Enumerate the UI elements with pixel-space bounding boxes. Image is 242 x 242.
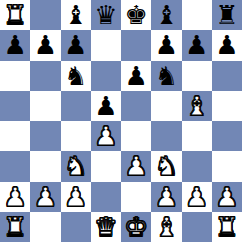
square-a5[interactable] — [0, 91, 30, 121]
piece-white-rook[interactable]: ♜ — [215, 214, 238, 240]
piece-white-pawn[interactable]: ♟ — [155, 184, 178, 210]
square-h4[interactable] — [212, 121, 242, 151]
square-h2[interactable]: ♟ — [212, 182, 242, 212]
square-a2[interactable]: ♟ — [0, 182, 30, 212]
piece-black-pawn[interactable]: ♟ — [64, 32, 87, 58]
square-e1[interactable]: ♚ — [121, 212, 151, 242]
piece-black-rook[interactable]: ♜ — [215, 2, 238, 28]
square-a7[interactable]: ♟ — [0, 30, 30, 60]
piece-white-pawn[interactable]: ♟ — [64, 184, 87, 210]
square-h8[interactable]: ♜ — [212, 0, 242, 30]
piece-white-knight[interactable]: ♞ — [64, 153, 87, 179]
square-g7[interactable]: ♟ — [182, 30, 212, 60]
piece-black-bishop[interactable]: ♝ — [64, 2, 87, 28]
piece-white-pawn[interactable]: ♟ — [94, 123, 117, 149]
piece-black-bishop[interactable]: ♝ — [155, 2, 178, 28]
piece-black-queen[interactable]: ♛ — [94, 2, 117, 28]
piece-black-pawn[interactable]: ♟ — [215, 32, 238, 58]
square-e6[interactable]: ♟ — [121, 61, 151, 91]
square-g1[interactable] — [182, 212, 212, 242]
piece-white-knight[interactable]: ♞ — [155, 153, 178, 179]
square-b7[interactable]: ♟ — [30, 30, 60, 60]
square-g5[interactable]: ♝ — [182, 91, 212, 121]
square-f3[interactable]: ♞ — [151, 151, 181, 181]
square-d1[interactable]: ♛ — [91, 212, 121, 242]
square-d6[interactable] — [91, 61, 121, 91]
square-a1[interactable]: ♜ — [0, 212, 30, 242]
square-f7[interactable]: ♟ — [151, 30, 181, 60]
piece-black-knight[interactable]: ♞ — [155, 63, 178, 89]
chess-board: ♜♝♛♚♝♜♟♟♟♟♟♟♞♟♞♟♝♟♞♟♞♟♟♟♟♟♟♜♛♚♝♜ — [0, 0, 242, 242]
piece-black-pawn[interactable]: ♟ — [185, 32, 208, 58]
square-c5[interactable] — [61, 91, 91, 121]
square-f6[interactable]: ♞ — [151, 61, 181, 91]
square-a8[interactable]: ♜ — [0, 0, 30, 30]
piece-black-pawn[interactable]: ♟ — [124, 63, 147, 89]
square-e3[interactable]: ♟ — [121, 151, 151, 181]
square-a4[interactable] — [0, 121, 30, 151]
square-h1[interactable]: ♜ — [212, 212, 242, 242]
square-h7[interactable]: ♟ — [212, 30, 242, 60]
square-c4[interactable] — [61, 121, 91, 151]
square-b5[interactable] — [30, 91, 60, 121]
square-f2[interactable]: ♟ — [151, 182, 181, 212]
square-d2[interactable] — [91, 182, 121, 212]
piece-black-pawn[interactable]: ♟ — [155, 32, 178, 58]
piece-black-pawn[interactable]: ♟ — [3, 32, 26, 58]
square-g3[interactable] — [182, 151, 212, 181]
square-a6[interactable] — [0, 61, 30, 91]
square-h6[interactable] — [212, 61, 242, 91]
square-e5[interactable] — [121, 91, 151, 121]
square-f5[interactable] — [151, 91, 181, 121]
square-g6[interactable] — [182, 61, 212, 91]
square-d3[interactable] — [91, 151, 121, 181]
square-c7[interactable]: ♟ — [61, 30, 91, 60]
square-f4[interactable] — [151, 121, 181, 151]
square-b2[interactable]: ♟ — [30, 182, 60, 212]
piece-white-bishop[interactable]: ♝ — [155, 214, 178, 240]
piece-white-rook[interactable]: ♜ — [3, 2, 26, 28]
square-b3[interactable] — [30, 151, 60, 181]
square-c8[interactable]: ♝ — [61, 0, 91, 30]
piece-white-king[interactable]: ♚ — [124, 214, 147, 240]
piece-white-pawn[interactable]: ♟ — [215, 184, 238, 210]
square-b8[interactable] — [30, 0, 60, 30]
square-d7[interactable] — [91, 30, 121, 60]
piece-black-king[interactable]: ♚ — [124, 2, 147, 28]
piece-white-pawn[interactable]: ♟ — [185, 184, 208, 210]
piece-white-pawn[interactable]: ♟ — [3, 184, 26, 210]
square-h5[interactable] — [212, 91, 242, 121]
square-c3[interactable]: ♞ — [61, 151, 91, 181]
square-c1[interactable] — [61, 212, 91, 242]
piece-white-pawn[interactable]: ♟ — [124, 153, 147, 179]
square-d8[interactable]: ♛ — [91, 0, 121, 30]
piece-white-queen[interactable]: ♛ — [94, 214, 117, 240]
square-f1[interactable]: ♝ — [151, 212, 181, 242]
square-b4[interactable] — [30, 121, 60, 151]
piece-black-knight[interactable]: ♞ — [64, 63, 87, 89]
square-e2[interactable] — [121, 182, 151, 212]
square-b1[interactable] — [30, 212, 60, 242]
square-g2[interactable]: ♟ — [182, 182, 212, 212]
square-g4[interactable] — [182, 121, 212, 151]
square-h3[interactable] — [212, 151, 242, 181]
square-c2[interactable]: ♟ — [61, 182, 91, 212]
piece-white-pawn[interactable]: ♟ — [34, 184, 57, 210]
piece-white-bishop[interactable]: ♝ — [185, 93, 208, 119]
square-e8[interactable]: ♚ — [121, 0, 151, 30]
square-c6[interactable]: ♞ — [61, 61, 91, 91]
square-g8[interactable] — [182, 0, 212, 30]
square-b6[interactable] — [30, 61, 60, 91]
square-e7[interactable] — [121, 30, 151, 60]
square-d5[interactable]: ♟ — [91, 91, 121, 121]
square-a3[interactable] — [0, 151, 30, 181]
piece-white-rook[interactable]: ♜ — [3, 214, 26, 240]
piece-black-pawn[interactable]: ♟ — [34, 32, 57, 58]
square-f8[interactable]: ♝ — [151, 0, 181, 30]
piece-black-pawn[interactable]: ♟ — [94, 93, 117, 119]
square-d4[interactable]: ♟ — [91, 121, 121, 151]
square-e4[interactable] — [121, 121, 151, 151]
